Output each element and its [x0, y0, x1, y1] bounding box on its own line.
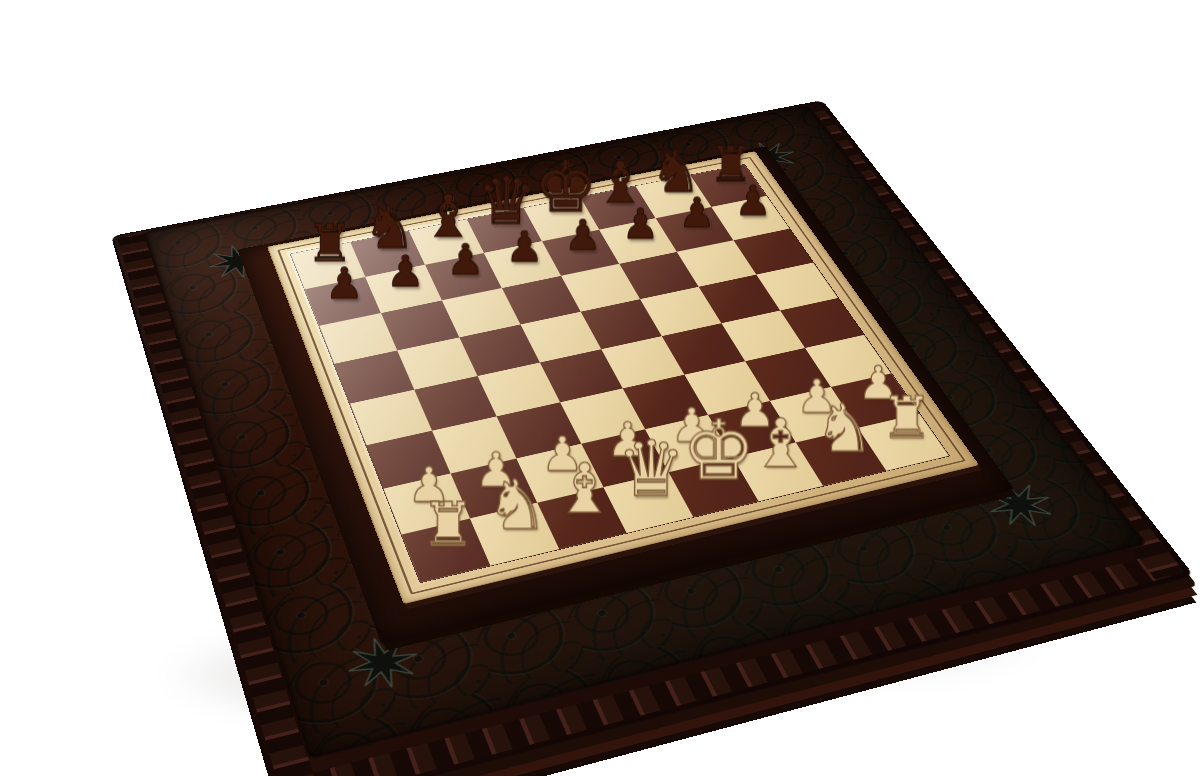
piece-white-queen[interactable]: ♛ — [616, 431, 686, 508]
piece-black-pawn[interactable]: ♟ — [434, 238, 496, 281]
piece-white-king[interactable]: ♚ — [682, 409, 752, 492]
square-h4[interactable] — [780, 298, 864, 348]
scene: ♜♞♝♛♚♝♞♜♟♟♟♟♟♟♟♟♟♟♟♟♟♟♟♟♜♞♝♛♚♝♞♜ — [0, 0, 1200, 776]
chess-set-photo: ♜♞♝♛♚♝♞♜♟♟♟♟♟♟♟♟♟♟♟♟♟♟♟♟♜♞♝♛♚♝♞♜ — [0, 0, 1200, 776]
square-f5[interactable] — [640, 287, 721, 336]
piece-black-pawn[interactable]: ♟ — [723, 181, 783, 222]
piece-white-knight[interactable]: ♞ — [481, 470, 552, 539]
square-h5[interactable] — [756, 263, 838, 311]
piece-black-pawn[interactable]: ♟ — [667, 192, 727, 233]
piece-white-rook[interactable]: ♜ — [412, 495, 484, 556]
square-a1[interactable]: ♜ — [402, 518, 491, 582]
piece-black-pawn[interactable]: ♟ — [374, 250, 436, 293]
piece-white-knight[interactable]: ♞ — [810, 395, 879, 461]
piece-black-pawn[interactable]: ♟ — [494, 226, 556, 268]
piece-black-pawn[interactable]: ♟ — [552, 215, 613, 257]
chess-table: ♜♞♝♛♚♝♞♜♟♟♟♟♟♟♟♟♟♟♟♟♟♟♟♟♜♞♝♛♚♝♞♜ — [143, 105, 1142, 757]
piece-white-bishop[interactable]: ♝ — [746, 410, 815, 477]
piece-black-pawn[interactable]: ♟ — [610, 203, 671, 245]
piece-white-bishop[interactable]: ♝ — [549, 455, 620, 524]
piece-black-pawn[interactable]: ♟ — [313, 262, 376, 305]
piece-white-rook[interactable]: ♜ — [873, 389, 941, 446]
